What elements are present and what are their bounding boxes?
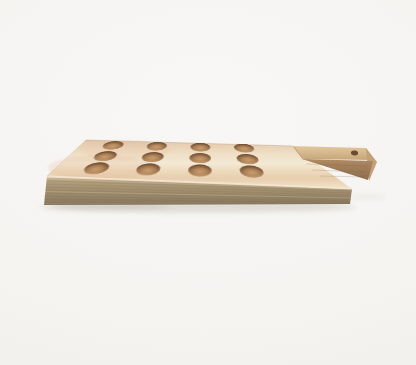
pit-hole-r3c2 xyxy=(133,164,161,177)
pit-hole-r1c2 xyxy=(144,142,167,151)
pit-cell-r3c1 xyxy=(64,162,126,177)
pit-hole-r1c1 xyxy=(99,141,125,150)
product-photo-stage xyxy=(0,0,416,365)
pit-hole-r1c4 xyxy=(233,144,256,153)
pit-hole-r2c2 xyxy=(139,152,164,163)
pit-hole-r2c4 xyxy=(235,154,260,165)
pit-hole-r2c3 xyxy=(188,153,210,164)
pit-cell-r3c3 xyxy=(172,164,226,179)
pit-hole-r3c3 xyxy=(187,165,211,178)
handle-top-surface xyxy=(292,146,374,160)
pit-cell-r3c2 xyxy=(118,163,175,178)
wooden-board-illustration xyxy=(0,0,416,365)
pit-hole-r2c1 xyxy=(90,151,119,162)
pit-cell-r3c4 xyxy=(224,165,280,180)
pit-hole-r1c3 xyxy=(190,143,210,152)
pit-hole-r3c4 xyxy=(238,166,265,179)
pit-grid xyxy=(64,141,281,180)
pit-hole-r3c1 xyxy=(79,163,111,175)
